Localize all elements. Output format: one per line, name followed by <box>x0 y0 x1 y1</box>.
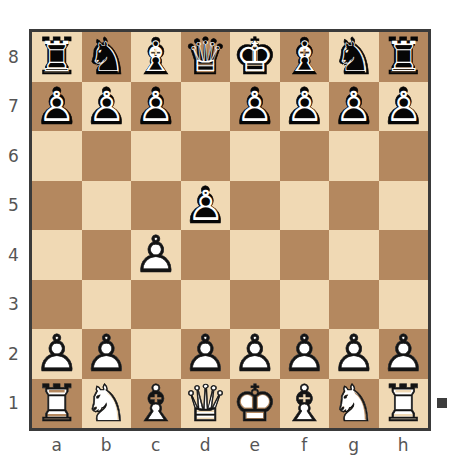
piece-detail-glyph: ♙ <box>86 86 127 127</box>
square-h5[interactable] <box>379 181 429 231</box>
rank-label-3: 3 <box>0 280 27 330</box>
piece-black-pawn-icon: ♟♙ <box>181 181 231 231</box>
piece-white-rook-icon: ♜♖ <box>379 379 429 429</box>
piece-black-king-icon: ♚♔ <box>230 32 280 82</box>
square-a6[interactable] <box>32 131 82 181</box>
square-g3[interactable] <box>329 280 379 330</box>
square-g6[interactable] <box>329 131 379 181</box>
square-e5[interactable] <box>230 181 280 231</box>
rank-label-5: 5 <box>0 181 27 231</box>
turn-indicator <box>437 398 447 408</box>
piece-white-knight-icon: ♞♘ <box>329 379 379 429</box>
piece-detail-glyph: ♙ <box>280 329 330 379</box>
piece-detail-glyph: ♗ <box>135 37 176 78</box>
square-e3[interactable] <box>230 280 280 330</box>
piece-detail-glyph: ♗ <box>280 379 330 429</box>
file-label-f: f <box>280 433 330 457</box>
piece-black-pawn-icon: ♟♙ <box>379 82 429 132</box>
piece-detail-glyph: ♘ <box>333 37 374 78</box>
piece-detail-glyph: ♕ <box>185 37 226 78</box>
rank-label-8: 8 <box>0 32 27 82</box>
file-label-g: g <box>329 433 379 457</box>
piece-detail-glyph: ♘ <box>82 379 132 429</box>
square-a1[interactable]: ♜♖ <box>32 379 82 429</box>
piece-detail-glyph: ♙ <box>329 329 379 379</box>
square-a5[interactable] <box>32 181 82 231</box>
square-d2[interactable]: ♟♙ <box>181 329 231 379</box>
piece-black-pawn-icon: ♟♙ <box>131 82 181 132</box>
square-c5[interactable] <box>131 181 181 231</box>
piece-black-rook-icon: ♜♖ <box>379 32 429 82</box>
rank-label-4: 4 <box>0 230 27 280</box>
piece-black-pawn-icon: ♟♙ <box>82 82 132 132</box>
piece-white-pawn-icon: ♟♙ <box>181 329 231 379</box>
square-f1[interactable]: ♝♗ <box>280 379 330 429</box>
piece-detail-glyph: ♙ <box>379 329 429 379</box>
piece-black-bishop-icon: ♝♗ <box>131 32 181 82</box>
square-g8[interactable]: ♞♘ <box>329 32 379 82</box>
square-e6[interactable] <box>230 131 280 181</box>
piece-detail-glyph: ♙ <box>383 86 424 127</box>
square-c7[interactable]: ♟♙ <box>131 82 181 132</box>
square-h6[interactable] <box>379 131 429 181</box>
piece-black-knight-icon: ♞♘ <box>329 32 379 82</box>
square-f2[interactable]: ♟♙ <box>280 329 330 379</box>
square-d6[interactable] <box>181 131 231 181</box>
piece-white-pawn-icon: ♟♙ <box>82 329 132 379</box>
piece-black-pawn-icon: ♟♙ <box>32 82 82 132</box>
square-e1[interactable]: ♚♔ <box>230 379 280 429</box>
square-b7[interactable]: ♟♙ <box>82 82 132 132</box>
square-h8[interactable]: ♜♖ <box>379 32 429 82</box>
square-f8[interactable]: ♝♗ <box>280 32 330 82</box>
square-e4[interactable] <box>230 230 280 280</box>
square-e7[interactable]: ♟♙ <box>230 82 280 132</box>
square-f5[interactable] <box>280 181 330 231</box>
piece-white-pawn-icon: ♟♙ <box>32 329 82 379</box>
piece-white-pawn-icon: ♟♙ <box>280 329 330 379</box>
square-a2[interactable]: ♟♙ <box>32 329 82 379</box>
piece-detail-glyph: ♙ <box>230 329 280 379</box>
square-b8[interactable]: ♞♘ <box>82 32 132 82</box>
piece-detail-glyph: ♖ <box>36 37 77 78</box>
square-d8[interactable]: ♛♕ <box>181 32 231 82</box>
square-a7[interactable]: ♟♙ <box>32 82 82 132</box>
square-e2[interactable]: ♟♙ <box>230 329 280 379</box>
piece-white-pawn-icon: ♟♙ <box>379 329 429 379</box>
piece-white-king-icon: ♚♔ <box>230 379 280 429</box>
piece-black-pawn-icon: ♟♙ <box>230 82 280 132</box>
piece-detail-glyph: ♗ <box>284 37 325 78</box>
square-d7[interactable] <box>181 82 231 132</box>
file-label-c: c <box>131 433 181 457</box>
file-label-d: d <box>181 433 231 457</box>
piece-detail-glyph: ♗ <box>131 379 181 429</box>
piece-white-bishop-icon: ♝♗ <box>280 379 330 429</box>
square-c8[interactable]: ♝♗ <box>131 32 181 82</box>
square-c2[interactable] <box>131 329 181 379</box>
square-h3[interactable] <box>379 280 429 330</box>
piece-detail-glyph: ♖ <box>383 37 424 78</box>
piece-detail-glyph: ♙ <box>185 185 226 226</box>
square-c3[interactable] <box>131 280 181 330</box>
square-b1[interactable]: ♞♘ <box>82 379 132 429</box>
file-label-h: h <box>379 433 429 457</box>
chessboard: ♜♖♞♘♝♗♛♕♚♔♝♗♞♘♜♖♟♙♟♙♟♙♟♙♟♙♟♙♟♙♟♙♟♙♟♙♟♙♟♙… <box>29 29 431 431</box>
chess-app: 87654321 ♜♖♞♘♝♗♛♕♚♔♝♗♞♘♜♖♟♙♟♙♟♙♟♙♟♙♟♙♟♙♟… <box>0 0 464 464</box>
piece-detail-glyph: ♙ <box>135 86 176 127</box>
piece-black-rook-icon: ♜♖ <box>32 32 82 82</box>
file-label-e: e <box>230 433 280 457</box>
square-d1[interactable]: ♛♕ <box>181 379 231 429</box>
piece-detail-glyph: ♘ <box>86 37 127 78</box>
piece-detail-glyph: ♔ <box>230 379 280 429</box>
square-f7[interactable]: ♟♙ <box>280 82 330 132</box>
square-g2[interactable]: ♟♙ <box>329 329 379 379</box>
square-e8[interactable]: ♚♔ <box>230 32 280 82</box>
piece-white-bishop-icon: ♝♗ <box>131 379 181 429</box>
square-d4[interactable] <box>181 230 231 280</box>
piece-white-rook-icon: ♜♖ <box>32 379 82 429</box>
square-a8[interactable]: ♜♖ <box>32 32 82 82</box>
rank-labels: 87654321 <box>0 32 27 428</box>
square-b6[interactable] <box>82 131 132 181</box>
square-g1[interactable]: ♞♘ <box>329 379 379 429</box>
piece-white-knight-icon: ♞♘ <box>82 379 132 429</box>
piece-black-queen-icon: ♛♕ <box>181 32 231 82</box>
square-b2[interactable]: ♟♙ <box>82 329 132 379</box>
square-h1[interactable]: ♜♖ <box>379 379 429 429</box>
square-b4[interactable] <box>82 230 132 280</box>
piece-detail-glyph: ♘ <box>329 379 379 429</box>
piece-white-pawn-icon: ♟♙ <box>131 230 181 280</box>
piece-detail-glyph: ♖ <box>32 379 82 429</box>
piece-black-knight-icon: ♞♘ <box>82 32 132 82</box>
square-f3[interactable] <box>280 280 330 330</box>
piece-white-queen-icon: ♛♕ <box>181 379 231 429</box>
file-labels: abcdefgh <box>32 433 428 457</box>
file-label-a: a <box>32 433 82 457</box>
rank-label-6: 6 <box>0 131 27 181</box>
piece-black-bishop-icon: ♝♗ <box>280 32 330 82</box>
square-b3[interactable] <box>82 280 132 330</box>
piece-black-pawn-icon: ♟♙ <box>329 82 379 132</box>
square-c4[interactable]: ♟♙ <box>131 230 181 280</box>
square-d3[interactable] <box>181 280 231 330</box>
piece-detail-glyph: ♙ <box>181 329 231 379</box>
piece-detail-glyph: ♙ <box>131 230 181 280</box>
square-g7[interactable]: ♟♙ <box>329 82 379 132</box>
square-f6[interactable] <box>280 131 330 181</box>
square-d5[interactable]: ♟♙ <box>181 181 231 231</box>
piece-detail-glyph: ♙ <box>284 86 325 127</box>
piece-detail-glyph: ♙ <box>32 329 82 379</box>
square-g5[interactable] <box>329 181 379 231</box>
square-a4[interactable] <box>32 230 82 280</box>
square-h7[interactable]: ♟♙ <box>379 82 429 132</box>
piece-black-pawn-icon: ♟♙ <box>280 82 330 132</box>
square-c1[interactable]: ♝♗ <box>131 379 181 429</box>
square-g4[interactable] <box>329 230 379 280</box>
piece-detail-glyph: ♔ <box>234 37 275 78</box>
square-h4[interactable] <box>379 230 429 280</box>
square-c6[interactable] <box>131 131 181 181</box>
rank-label-7: 7 <box>0 82 27 132</box>
rank-label-2: 2 <box>0 329 27 379</box>
piece-detail-glyph: ♙ <box>234 86 275 127</box>
piece-detail-glyph: ♕ <box>181 379 231 429</box>
piece-white-pawn-icon: ♟♙ <box>329 329 379 379</box>
square-b5[interactable] <box>82 181 132 231</box>
piece-detail-glyph: ♙ <box>36 86 77 127</box>
piece-detail-glyph: ♙ <box>82 329 132 379</box>
square-f4[interactable] <box>280 230 330 280</box>
piece-detail-glyph: ♖ <box>379 379 429 429</box>
square-h2[interactable]: ♟♙ <box>379 329 429 379</box>
rank-label-1: 1 <box>0 379 27 429</box>
file-label-b: b <box>82 433 132 457</box>
square-a3[interactable] <box>32 280 82 330</box>
piece-detail-glyph: ♙ <box>333 86 374 127</box>
piece-white-pawn-icon: ♟♙ <box>230 329 280 379</box>
